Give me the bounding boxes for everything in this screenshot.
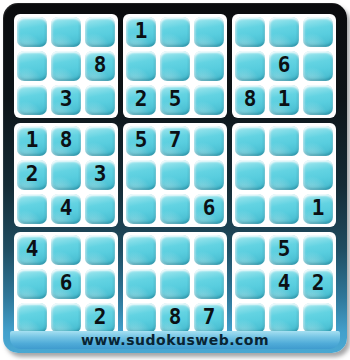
given-digit: 5 — [278, 239, 291, 260]
given-digit: 6 — [278, 55, 291, 76]
sudoku-grid: 83 125 681 18234 576 1 462 87 542 — [14, 14, 336, 336]
cell-r3c7[interactable]: 8 — [235, 85, 265, 115]
cell-r1c8[interactable] — [269, 17, 299, 47]
cell-r5c4[interactable] — [126, 160, 156, 190]
cell-r4c5[interactable]: 7 — [160, 126, 190, 156]
cell-r2c3[interactable]: 8 — [85, 51, 115, 81]
cell-r6c9[interactable]: 1 — [303, 194, 333, 224]
given-digit: 7 — [203, 307, 216, 328]
cell-r4c3[interactable] — [85, 126, 115, 156]
cell-r4c9[interactable] — [303, 126, 333, 156]
cell-r7c1[interactable]: 4 — [17, 235, 47, 265]
cell-r8c5[interactable] — [160, 269, 190, 299]
cell-r9c1[interactable] — [17, 303, 47, 333]
given-digit: 4 — [26, 239, 39, 260]
cell-r3c1[interactable] — [17, 85, 47, 115]
cell-r6c1[interactable] — [17, 194, 47, 224]
cell-r1c1[interactable] — [17, 17, 47, 47]
given-digit: 8 — [60, 130, 73, 151]
cell-r8c6[interactable] — [194, 269, 224, 299]
cell-r3c9[interactable] — [303, 85, 333, 115]
given-digit: 6 — [60, 273, 73, 294]
cell-r9c8[interactable] — [269, 303, 299, 333]
cell-r9c2[interactable] — [51, 303, 81, 333]
cell-r4c4[interactable]: 5 — [126, 126, 156, 156]
cell-r5c2[interactable] — [51, 160, 81, 190]
box-r2c2: 576 — [123, 123, 227, 227]
given-digit: 8 — [94, 55, 107, 76]
given-digit: 6 — [203, 198, 216, 219]
given-digit: 7 — [169, 130, 182, 151]
cell-r2c2[interactable] — [51, 51, 81, 81]
cell-r1c5[interactable] — [160, 17, 190, 47]
cell-r8c9[interactable]: 2 — [303, 269, 333, 299]
cell-r9c9[interactable] — [303, 303, 333, 333]
given-digit: 5 — [169, 89, 182, 110]
cell-r2c7[interactable] — [235, 51, 265, 81]
footer-band: www.sudokusweb.com — [10, 331, 340, 349]
cell-r7c8[interactable]: 5 — [269, 235, 299, 265]
given-digit: 3 — [60, 89, 73, 110]
cell-r4c8[interactable] — [269, 126, 299, 156]
cell-r9c5[interactable]: 8 — [160, 303, 190, 333]
given-digit: 4 — [60, 198, 73, 219]
cell-r3c6[interactable] — [194, 85, 224, 115]
cell-r2c9[interactable] — [303, 51, 333, 81]
cell-r6c6[interactable]: 6 — [194, 194, 224, 224]
cell-r1c4[interactable]: 1 — [126, 17, 156, 47]
cell-r8c1[interactable] — [17, 269, 47, 299]
cell-r7c5[interactable] — [160, 235, 190, 265]
cell-r3c5[interactable]: 5 — [160, 85, 190, 115]
cell-r8c3[interactable] — [85, 269, 115, 299]
cell-r2c1[interactable] — [17, 51, 47, 81]
cell-r5c9[interactable] — [303, 160, 333, 190]
cell-r2c6[interactable] — [194, 51, 224, 81]
sudoku-board: 83 125 681 18234 576 1 462 87 542 www.su… — [3, 3, 347, 353]
cell-r5c5[interactable] — [160, 160, 190, 190]
given-digit: 1 — [312, 198, 325, 219]
cell-r4c6[interactable] — [194, 126, 224, 156]
given-digit: 1 — [278, 89, 291, 110]
cell-r6c5[interactable] — [160, 194, 190, 224]
cell-r1c2[interactable] — [51, 17, 81, 47]
cell-r2c8[interactable]: 6 — [269, 51, 299, 81]
cell-r1c7[interactable] — [235, 17, 265, 47]
cell-r1c3[interactable] — [85, 17, 115, 47]
cell-r3c8[interactable]: 1 — [269, 85, 299, 115]
cell-r6c7[interactable] — [235, 194, 265, 224]
given-digit: 1 — [135, 21, 148, 42]
cell-r7c7[interactable] — [235, 235, 265, 265]
cell-r7c9[interactable] — [303, 235, 333, 265]
cell-r5c3[interactable]: 3 — [85, 160, 115, 190]
given-digit: 5 — [135, 130, 148, 151]
cell-r9c4[interactable] — [126, 303, 156, 333]
cell-r7c6[interactable] — [194, 235, 224, 265]
cell-r6c8[interactable] — [269, 194, 299, 224]
given-digit: 2 — [312, 273, 325, 294]
cell-r8c2[interactable]: 6 — [51, 269, 81, 299]
cell-r9c7[interactable] — [235, 303, 265, 333]
cell-r8c8[interactable]: 4 — [269, 269, 299, 299]
cell-r1c9[interactable] — [303, 17, 333, 47]
box-r2c1: 18234 — [14, 123, 118, 227]
box-r1c3: 681 — [232, 14, 336, 118]
cell-r3c2[interactable]: 3 — [51, 85, 81, 115]
given-digit: 3 — [94, 164, 107, 185]
box-r2c3: 1 — [232, 123, 336, 227]
box-r3c1: 462 — [14, 232, 118, 336]
cell-r3c3[interactable] — [85, 85, 115, 115]
cell-r3c4[interactable]: 2 — [126, 85, 156, 115]
given-digit: 2 — [26, 164, 39, 185]
cell-r5c7[interactable] — [235, 160, 265, 190]
given-digit: 8 — [169, 307, 182, 328]
cell-r6c4[interactable] — [126, 194, 156, 224]
cell-r4c7[interactable] — [235, 126, 265, 156]
box-r3c3: 542 — [232, 232, 336, 336]
box-r1c2: 125 — [123, 14, 227, 118]
cell-r6c2[interactable]: 4 — [51, 194, 81, 224]
cell-r1c6[interactable] — [194, 17, 224, 47]
site-url-link[interactable]: www.sudokusweb.com — [81, 332, 269, 348]
given-digit: 2 — [94, 307, 107, 328]
cell-r2c4[interactable] — [126, 51, 156, 81]
cell-r8c4[interactable] — [126, 269, 156, 299]
cell-r7c3[interactable] — [85, 235, 115, 265]
given-digit: 8 — [244, 89, 257, 110]
cell-r5c8[interactable] — [269, 160, 299, 190]
given-digit: 1 — [26, 130, 39, 151]
box-r3c2: 87 — [123, 232, 227, 336]
given-digit: 2 — [135, 89, 148, 110]
cell-r9c6[interactable]: 7 — [194, 303, 224, 333]
cell-r7c4[interactable] — [126, 235, 156, 265]
given-digit: 4 — [278, 273, 291, 294]
box-r1c1: 83 — [14, 14, 118, 118]
cell-r4c2[interactable]: 8 — [51, 126, 81, 156]
cell-r2c5[interactable] — [160, 51, 190, 81]
cell-r6c3[interactable] — [85, 194, 115, 224]
cell-r7c2[interactable] — [51, 235, 81, 265]
cell-r5c1[interactable]: 2 — [17, 160, 47, 190]
cell-r8c7[interactable] — [235, 269, 265, 299]
cell-r5c6[interactable] — [194, 160, 224, 190]
cell-r9c3[interactable]: 2 — [85, 303, 115, 333]
cell-r4c1[interactable]: 1 — [17, 126, 47, 156]
